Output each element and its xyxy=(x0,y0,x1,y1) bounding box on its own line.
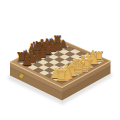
white-pawn: ♟ xyxy=(88,50,98,62)
black-pawn: ♟ xyxy=(27,53,38,65)
white-pawn: ♟ xyxy=(82,52,93,64)
black-pawn: ♟ xyxy=(32,50,42,62)
black-rook: ♜ xyxy=(15,52,27,66)
black-pawn: ♟ xyxy=(48,43,58,54)
black-king: ♚ xyxy=(33,37,50,56)
black-knight: ♞ xyxy=(20,48,33,63)
white-bishop: ♝ xyxy=(64,61,81,79)
white-pawn: ♟ xyxy=(50,68,62,82)
black-queen: ♛ xyxy=(29,41,45,59)
white-knight: ♞ xyxy=(59,65,74,82)
black-pawn: ♟ xyxy=(53,41,63,52)
white-pawn: ♟ xyxy=(71,58,82,71)
white-pawn: ♟ xyxy=(77,55,88,67)
white-king: ♚ xyxy=(73,52,93,74)
white-knight: ♞ xyxy=(87,52,101,67)
white-pawn: ♟ xyxy=(55,65,67,78)
black-pawn: ♟ xyxy=(43,46,53,57)
black-knight: ♞ xyxy=(47,37,59,50)
black-bishop: ♝ xyxy=(25,45,39,61)
black-bishop: ♝ xyxy=(41,38,54,53)
white-bishop: ♝ xyxy=(81,54,96,71)
white-rook: ♜ xyxy=(93,51,105,65)
chess-set-photo: ♜♞♟♝♟♚♟♛♟♝♟♞♟♟♜♟♟♜♟♟♞♟♝♟♚♟♛♟♝♟♞♜ xyxy=(0,0,120,120)
white-queen: ♛ xyxy=(68,56,87,77)
black-pawn: ♟ xyxy=(22,55,33,67)
black-pawn: ♟ xyxy=(59,38,68,48)
black-rook: ♜ xyxy=(52,35,62,46)
white-pawn: ♟ xyxy=(61,63,73,76)
white-pawn: ♟ xyxy=(66,60,77,73)
white-rook: ♜ xyxy=(55,69,69,85)
pieces-layer: ♜♞♟♝♟♚♟♛♟♝♟♞♟♟♜♟♟♜♟♟♞♟♝♟♚♟♛♟♝♟♞♜ xyxy=(0,0,120,120)
black-pawn: ♟ xyxy=(38,48,48,60)
